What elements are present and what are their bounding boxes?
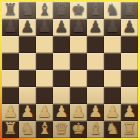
piece-black-rook[interactable]: ♜ xyxy=(121,1,138,18)
square-h4[interactable] xyxy=(121,70,138,87)
piece-white-pawn[interactable]: ♟ xyxy=(19,103,36,120)
square-e5[interactable] xyxy=(70,53,87,70)
piece-black-queen[interactable]: ♛ xyxy=(53,1,70,18)
square-b7[interactable]: ♟ xyxy=(19,19,36,36)
square-d4[interactable] xyxy=(53,70,70,87)
square-e6[interactable] xyxy=(70,36,87,53)
piece-black-knight[interactable]: ♞ xyxy=(104,1,121,18)
square-f7[interactable]: ♟ xyxy=(87,19,104,36)
square-c1[interactable]: ♝ xyxy=(36,121,53,138)
piece-black-pawn[interactable]: ♟ xyxy=(2,18,19,35)
square-g1[interactable]: ♞ xyxy=(104,121,121,138)
square-f5[interactable] xyxy=(87,53,104,70)
square-g5[interactable] xyxy=(104,53,121,70)
square-h5[interactable] xyxy=(121,53,138,70)
square-e7[interactable]: ♟ xyxy=(70,19,87,36)
chess-board: ♜♞♝♛♚♝♞♜♟♟♟♟♟♟♟♟♟♟♟♟♟♟♟♟♜♞♝♛♚♝♞♜ xyxy=(2,2,138,138)
square-b4[interactable] xyxy=(19,70,36,87)
piece-black-pawn[interactable]: ♟ xyxy=(104,18,121,35)
piece-white-knight[interactable]: ♞ xyxy=(19,120,36,137)
piece-black-pawn[interactable]: ♟ xyxy=(19,18,36,35)
piece-white-pawn[interactable]: ♟ xyxy=(36,103,53,120)
square-a4[interactable] xyxy=(2,70,19,87)
piece-black-king[interactable]: ♚ xyxy=(70,1,87,18)
piece-black-knight[interactable]: ♞ xyxy=(19,1,36,18)
square-c5[interactable] xyxy=(36,53,53,70)
piece-white-pawn[interactable]: ♟ xyxy=(104,103,121,120)
piece-white-pawn[interactable]: ♟ xyxy=(121,103,138,120)
square-f4[interactable] xyxy=(87,70,104,87)
piece-white-king[interactable]: ♚ xyxy=(70,120,87,137)
square-b6[interactable] xyxy=(19,36,36,53)
board-frame: ♜♞♝♛♚♝♞♜♟♟♟♟♟♟♟♟♟♟♟♟♟♟♟♟♜♞♝♛♚♝♞♜ xyxy=(0,0,140,140)
piece-white-rook[interactable]: ♜ xyxy=(121,120,138,137)
square-c7[interactable]: ♟ xyxy=(36,19,53,36)
piece-white-pawn[interactable]: ♟ xyxy=(2,103,19,120)
piece-black-pawn[interactable]: ♟ xyxy=(36,18,53,35)
square-d6[interactable] xyxy=(53,36,70,53)
square-h1[interactable]: ♜ xyxy=(121,121,138,138)
square-d7[interactable]: ♟ xyxy=(53,19,70,36)
square-a1[interactable]: ♜ xyxy=(2,121,19,138)
piece-white-pawn[interactable]: ♟ xyxy=(70,103,87,120)
square-e1[interactable]: ♚ xyxy=(70,121,87,138)
piece-white-pawn[interactable]: ♟ xyxy=(53,103,70,120)
square-d1[interactable]: ♛ xyxy=(53,121,70,138)
square-g6[interactable] xyxy=(104,36,121,53)
square-h6[interactable] xyxy=(121,36,138,53)
piece-white-rook[interactable]: ♜ xyxy=(2,120,19,137)
square-g7[interactable]: ♟ xyxy=(104,19,121,36)
piece-black-pawn[interactable]: ♟ xyxy=(121,18,138,35)
piece-black-bishop[interactable]: ♝ xyxy=(36,1,53,18)
square-b5[interactable] xyxy=(19,53,36,70)
square-a6[interactable] xyxy=(2,36,19,53)
square-f1[interactable]: ♝ xyxy=(87,121,104,138)
square-h7[interactable]: ♟ xyxy=(121,19,138,36)
square-d5[interactable] xyxy=(53,53,70,70)
square-f6[interactable] xyxy=(87,36,104,53)
piece-white-queen[interactable]: ♛ xyxy=(53,120,70,137)
piece-black-pawn[interactable]: ♟ xyxy=(70,18,87,35)
square-e4[interactable] xyxy=(70,70,87,87)
square-c6[interactable] xyxy=(36,36,53,53)
piece-black-pawn[interactable]: ♟ xyxy=(53,18,70,35)
piece-white-bishop[interactable]: ♝ xyxy=(87,120,104,137)
square-a7[interactable]: ♟ xyxy=(2,19,19,36)
square-a5[interactable] xyxy=(2,53,19,70)
piece-black-bishop[interactable]: ♝ xyxy=(87,1,104,18)
square-c4[interactable] xyxy=(36,70,53,87)
piece-white-knight[interactable]: ♞ xyxy=(104,120,121,137)
piece-white-pawn[interactable]: ♟ xyxy=(87,103,104,120)
square-g4[interactable] xyxy=(104,70,121,87)
piece-black-pawn[interactable]: ♟ xyxy=(87,18,104,35)
piece-black-rook[interactable]: ♜ xyxy=(2,1,19,18)
square-b1[interactable]: ♞ xyxy=(19,121,36,138)
piece-white-bishop[interactable]: ♝ xyxy=(36,120,53,137)
